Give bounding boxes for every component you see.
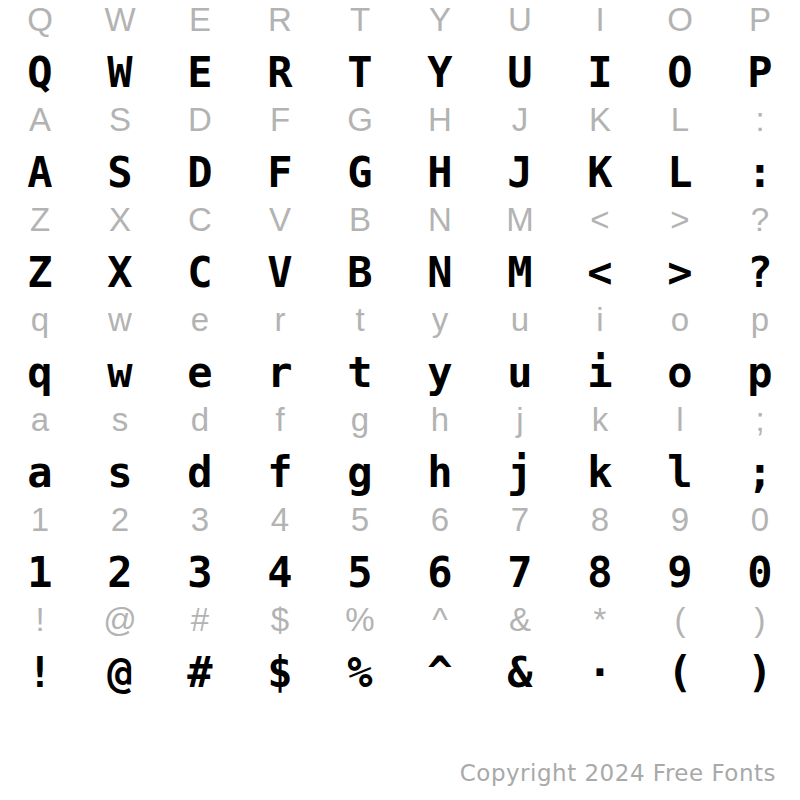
key-label: ): [720, 603, 800, 636]
key-label: H: [400, 103, 480, 136]
key-label: y: [400, 303, 480, 336]
key-row: aassddffgghhjjkkll;;: [0, 400, 800, 500]
bold-glyph: K: [560, 150, 640, 196]
key-label: N: [400, 203, 480, 236]
key-cell: UU: [480, 0, 560, 100]
key-label: 9: [640, 503, 720, 536]
key-cell: EE: [160, 0, 240, 100]
bold-glyph: o: [640, 350, 720, 396]
key-cell: DD: [160, 100, 240, 200]
key-cell: 22: [80, 500, 160, 600]
bold-glyph: 6: [400, 550, 480, 596]
key-label: K: [560, 103, 640, 136]
bold-glyph: j: [480, 450, 560, 496]
key-cell: qq: [0, 300, 80, 400]
key-cell: *·: [560, 600, 640, 700]
key-cell: ZZ: [0, 200, 80, 300]
key-label: 2: [80, 503, 160, 536]
key-label: &: [480, 603, 560, 636]
bold-glyph: S: [80, 150, 160, 196]
key-label: I: [560, 3, 640, 36]
key-label: E: [160, 3, 240, 36]
key-cell: ::: [720, 100, 800, 200]
bold-glyph: a: [0, 450, 80, 496]
bold-glyph: G: [320, 150, 400, 196]
bold-glyph: 7: [480, 550, 560, 596]
bold-glyph: k: [560, 450, 640, 496]
bold-glyph: s: [80, 450, 160, 496]
key-label: a: [0, 403, 80, 436]
bold-glyph: u: [480, 350, 560, 396]
key-cell: 00: [720, 500, 800, 600]
key-label: 7: [480, 503, 560, 536]
bold-glyph: <: [560, 250, 640, 296]
bold-glyph: 0: [720, 550, 800, 596]
bold-glyph: q: [0, 350, 80, 396]
key-label: 0: [720, 503, 800, 536]
key-label: S: [80, 103, 160, 136]
key-cell: @@: [80, 600, 160, 700]
key-cell: ff: [240, 400, 320, 500]
bold-glyph: ?: [720, 250, 800, 296]
key-cell: ll: [640, 400, 720, 500]
key-row: 11223344556677889900: [0, 500, 800, 600]
key-cell: II: [560, 0, 640, 100]
key-label: B: [320, 203, 400, 236]
bold-glyph: l: [640, 450, 720, 496]
key-label: k: [560, 403, 640, 436]
bold-glyph: B: [320, 250, 400, 296]
key-label: $: [240, 603, 320, 636]
key-label: ;: [720, 403, 800, 436]
key-cell: FF: [240, 100, 320, 200]
key-label: w: [80, 303, 160, 336]
key-cell: 44: [240, 500, 320, 600]
key-cell: 88: [560, 500, 640, 600]
bold-glyph: ·: [560, 650, 640, 696]
key-label: s: [80, 403, 160, 436]
bold-glyph: t: [320, 350, 400, 396]
bold-glyph: N: [400, 250, 480, 296]
copyright-text: Copyright 2024 Free Fonts: [460, 760, 776, 786]
key-cell: ##: [160, 600, 240, 700]
key-label: R: [240, 3, 320, 36]
key-label: i: [560, 303, 640, 336]
key-label: *: [560, 603, 640, 636]
bold-glyph: J: [480, 150, 560, 196]
key-cell: ;;: [720, 400, 800, 500]
key-cell: 77: [480, 500, 560, 600]
key-cell: &&: [480, 600, 560, 700]
key-label: l: [640, 403, 720, 436]
bold-glyph: T: [320, 50, 400, 96]
key-cell: dd: [160, 400, 240, 500]
key-cell: 66: [400, 500, 480, 600]
key-label: #: [160, 603, 240, 636]
key-label: %: [320, 603, 400, 636]
key-cell: 99: [640, 500, 720, 600]
bold-glyph: R: [240, 50, 320, 96]
key-cell: yy: [400, 300, 480, 400]
bold-glyph: X: [80, 250, 160, 296]
key-label: A: [0, 103, 80, 136]
bold-glyph: h: [400, 450, 480, 496]
bold-glyph: r: [240, 350, 320, 396]
bold-glyph: &: [480, 650, 560, 696]
bold-glyph: W: [80, 50, 160, 96]
key-cell: !!: [0, 600, 80, 700]
key-cell: CC: [160, 200, 240, 300]
key-label: X: [80, 203, 160, 236]
bold-glyph: @: [80, 650, 160, 696]
key-cell: PP: [720, 0, 800, 100]
key-row: ZZXXCCVVBBNNMM<<>>??: [0, 200, 800, 300]
key-cell: 11: [0, 500, 80, 600]
key-label: ?: [720, 203, 800, 236]
key-cell: >>: [640, 200, 720, 300]
bold-glyph: %: [320, 650, 400, 696]
bold-glyph: d: [160, 450, 240, 496]
bold-glyph: >: [640, 250, 720, 296]
bold-glyph: ^: [400, 650, 480, 696]
key-cell: kk: [560, 400, 640, 500]
key-label: f: [240, 403, 320, 436]
key-row: !!@@##$$%%^^&&*·(()): [0, 600, 800, 700]
character-grid: QQWWEERRTTYYUUIIOOPPAASSDDFFGGHHJJKKLL::…: [0, 0, 800, 700]
key-label: p: [720, 303, 800, 336]
key-cell: VV: [240, 200, 320, 300]
key-label: C: [160, 203, 240, 236]
key-cell: <<: [560, 200, 640, 300]
key-cell: ss: [80, 400, 160, 500]
key-cell: hh: [400, 400, 480, 500]
key-cell: %%: [320, 600, 400, 700]
key-label: M: [480, 203, 560, 236]
key-cell: oo: [640, 300, 720, 400]
bold-glyph: C: [160, 250, 240, 296]
bold-glyph: O: [640, 50, 720, 96]
key-label: j: [480, 403, 560, 436]
bold-glyph: 2: [80, 550, 160, 596]
key-cell: JJ: [480, 100, 560, 200]
bold-glyph: y: [400, 350, 480, 396]
key-label: q: [0, 303, 80, 336]
key-cell: ee: [160, 300, 240, 400]
key-cell: YY: [400, 0, 480, 100]
key-label: o: [640, 303, 720, 336]
key-cell: NN: [400, 200, 480, 300]
key-cell: RR: [240, 0, 320, 100]
bold-glyph: ;: [720, 450, 800, 496]
bold-glyph: P: [720, 50, 800, 96]
key-label: 6: [400, 503, 480, 536]
bold-glyph: D: [160, 150, 240, 196]
key-cell: KK: [560, 100, 640, 200]
bold-glyph: !: [0, 650, 80, 696]
key-cell: SS: [80, 100, 160, 200]
key-cell: ^^: [400, 600, 480, 700]
bold-glyph: 8: [560, 550, 640, 596]
key-cell: WW: [80, 0, 160, 100]
bold-glyph: Y: [400, 50, 480, 96]
bold-glyph: H: [400, 150, 480, 196]
key-cell: gg: [320, 400, 400, 500]
key-label: h: [400, 403, 480, 436]
key-cell: aa: [0, 400, 80, 500]
key-label: O: [640, 3, 720, 36]
key-label: J: [480, 103, 560, 136]
key-label: e: [160, 303, 240, 336]
key-label: @: [80, 603, 160, 636]
key-cell: ww: [80, 300, 160, 400]
key-row: AASSDDFFGGHHJJKKLL::: [0, 100, 800, 200]
bold-glyph: 9: [640, 550, 720, 596]
key-label: ^: [400, 603, 480, 636]
bold-glyph: V: [240, 250, 320, 296]
key-label: Y: [400, 3, 480, 36]
bold-glyph: F: [240, 150, 320, 196]
bold-glyph: A: [0, 150, 80, 196]
bold-glyph: E: [160, 50, 240, 96]
key-cell: AA: [0, 100, 80, 200]
font-specimen-page: QQWWEERRTTYYUUIIOOPPAASSDDFFGGHHJJKKLL::…: [0, 0, 800, 800]
key-cell: $$: [240, 600, 320, 700]
key-label: W: [80, 3, 160, 36]
key-label: 4: [240, 503, 320, 536]
key-cell: LL: [640, 100, 720, 200]
key-label: 1: [0, 503, 80, 536]
key-label: V: [240, 203, 320, 236]
key-label: L: [640, 103, 720, 136]
bold-glyph: 1: [0, 550, 80, 596]
key-label: G: [320, 103, 400, 136]
key-cell: BB: [320, 200, 400, 300]
key-cell: HH: [400, 100, 480, 200]
key-cell: pp: [720, 300, 800, 400]
bold-glyph: #: [160, 650, 240, 696]
bold-glyph: M: [480, 250, 560, 296]
bold-glyph: p: [720, 350, 800, 396]
key-cell: tt: [320, 300, 400, 400]
key-row: qqwweerrttyyuuiioopp: [0, 300, 800, 400]
key-label: t: [320, 303, 400, 336]
bold-glyph: ): [720, 650, 800, 696]
key-label: !: [0, 603, 80, 636]
key-cell: GG: [320, 100, 400, 200]
key-label: g: [320, 403, 400, 436]
key-label: 5: [320, 503, 400, 536]
bold-glyph: L: [640, 150, 720, 196]
key-cell: ((: [640, 600, 720, 700]
key-label: P: [720, 3, 800, 36]
bold-glyph: (: [640, 650, 720, 696]
bold-glyph: Q: [0, 50, 80, 96]
key-cell: XX: [80, 200, 160, 300]
key-label: (: [640, 603, 720, 636]
key-cell: rr: [240, 300, 320, 400]
key-cell: QQ: [0, 0, 80, 100]
key-label: F: [240, 103, 320, 136]
key-label: :: [720, 103, 800, 136]
key-cell: MM: [480, 200, 560, 300]
bold-glyph: w: [80, 350, 160, 396]
key-label: d: [160, 403, 240, 436]
key-label: Q: [0, 3, 80, 36]
key-cell: jj: [480, 400, 560, 500]
key-cell: OO: [640, 0, 720, 100]
key-label: Z: [0, 203, 80, 236]
key-label: D: [160, 103, 240, 136]
key-label: <: [560, 203, 640, 236]
key-cell: TT: [320, 0, 400, 100]
bold-glyph: :: [720, 150, 800, 196]
bold-glyph: U: [480, 50, 560, 96]
bold-glyph: Z: [0, 250, 80, 296]
key-label: 3: [160, 503, 240, 536]
key-cell: )): [720, 600, 800, 700]
bold-glyph: $: [240, 650, 320, 696]
key-label: r: [240, 303, 320, 336]
key-cell: 55: [320, 500, 400, 600]
key-cell: uu: [480, 300, 560, 400]
bold-glyph: 5: [320, 550, 400, 596]
key-label: U: [480, 3, 560, 36]
key-label: u: [480, 303, 560, 336]
key-cell: 33: [160, 500, 240, 600]
bold-glyph: 3: [160, 550, 240, 596]
bold-glyph: I: [560, 50, 640, 96]
key-cell: ??: [720, 200, 800, 300]
bold-glyph: g: [320, 450, 400, 496]
key-label: T: [320, 3, 400, 36]
bold-glyph: e: [160, 350, 240, 396]
key-label: 8: [560, 503, 640, 536]
key-row: QQWWEERRTTYYUUIIOOPP: [0, 0, 800, 100]
key-cell: ii: [560, 300, 640, 400]
bold-glyph: f: [240, 450, 320, 496]
bold-glyph: i: [560, 350, 640, 396]
bold-glyph: 4: [240, 550, 320, 596]
key-label: >: [640, 203, 720, 236]
